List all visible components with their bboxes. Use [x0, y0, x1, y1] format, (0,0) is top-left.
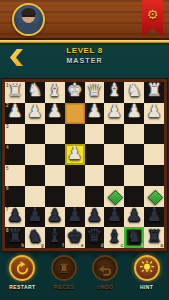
avatar-shoulders	[17, 22, 40, 36]
rank-label-3: 3	[6, 124, 9, 129]
square-e5[interactable]	[65, 165, 85, 186]
piece-black-pawn: ♟	[5, 204, 25, 228]
square-d3[interactable]	[85, 124, 105, 145]
player-avatar[interactable]	[12, 3, 45, 36]
square-c4[interactable]	[104, 144, 124, 165]
piece-black-pawn: ♟	[104, 204, 124, 228]
square-g1[interactable]: ♞	[25, 82, 45, 103]
level-header: LEVEL 8 MASTER	[0, 43, 169, 77]
piece-black-pawn: ♟	[25, 204, 45, 228]
square-c5[interactable]	[104, 165, 124, 186]
square-f1[interactable]: ♝	[45, 82, 65, 103]
piece-black-knight: ♞	[124, 224, 144, 248]
restart-icon	[15, 261, 30, 276]
top-header-bar: ⚙	[0, 0, 169, 40]
square-b1[interactable]: ♞	[124, 82, 144, 103]
square-b6[interactable]	[124, 186, 144, 207]
piece-white-pawn: ♟	[124, 100, 144, 124]
square-a2[interactable]: ♟	[144, 103, 164, 124]
rank-label-1: 1	[6, 83, 9, 88]
rank-label-2: 2	[6, 103, 9, 108]
square-b5[interactable]	[124, 165, 144, 186]
piece-white-knight: ♞	[124, 79, 144, 103]
square-a8[interactable]: a♜	[144, 227, 164, 248]
level-title: LEVEL 8	[0, 46, 169, 55]
square-c1[interactable]: ♝	[104, 82, 124, 103]
square-c2[interactable]: ♟	[104, 103, 124, 124]
square-g7[interactable]: ♟	[25, 207, 45, 228]
square-a7[interactable]: ♟	[144, 207, 164, 228]
square-e4[interactable]: ♟	[65, 144, 85, 165]
square-g3[interactable]	[25, 124, 45, 145]
chess-board: 1♜♞♝♚♛♝♞♜2♟♟♟♟♟♟♟34♟567♟♟♟♟♟♟♟♟8h♜g♞f♝e♚…	[5, 82, 164, 248]
square-f7[interactable]: ♟	[45, 207, 65, 228]
square-a4[interactable]	[144, 144, 164, 165]
piece-black-pawn: ♟	[144, 204, 164, 228]
square-d7[interactable]: ♟	[85, 207, 105, 228]
piece-white-bishop: ♝	[104, 79, 124, 103]
file-label-h: h	[21, 243, 24, 248]
piece-white-bishop: ♝	[45, 79, 65, 103]
square-e6[interactable]	[65, 186, 85, 207]
piece-white-rook: ♜	[144, 79, 164, 103]
piece-black-pawn: ♟	[124, 204, 144, 228]
piece-black-rook: ♜	[5, 224, 25, 248]
square-f4[interactable]	[45, 144, 65, 165]
square-h4[interactable]: 4	[5, 144, 25, 165]
square-d6[interactable]	[85, 186, 105, 207]
piece-white-pawn: ♟	[5, 100, 25, 124]
app-screen: ⚙ LEVEL 8 MASTER 1♜♞♝♚♛♝♞♜2♟♟♟♟♟♟♟34♟567…	[0, 0, 169, 300]
square-a6[interactable]	[144, 186, 164, 207]
avatar-hair	[21, 8, 36, 15]
square-e1[interactable]: ♚	[65, 82, 85, 103]
square-g2[interactable]: ♟	[25, 103, 45, 124]
piece-white-pawn: ♟	[65, 141, 85, 165]
square-c3[interactable]	[104, 124, 124, 145]
square-a1[interactable]: ♜	[144, 82, 164, 103]
move-hint-diamond[interactable]	[108, 189, 124, 205]
gear-icon: ⚙	[147, 8, 159, 21]
square-d5[interactable]	[85, 165, 105, 186]
restart-button[interactable]: RESTART	[3, 255, 41, 290]
square-b4[interactable]	[124, 144, 144, 165]
square-h8[interactable]: 8h♜	[5, 227, 25, 248]
square-h6[interactable]: 6	[5, 186, 25, 207]
square-c8[interactable]: c♝	[104, 227, 124, 248]
square-h7[interactable]: 7♟	[5, 207, 25, 228]
rank-label-7: 7	[6, 207, 9, 212]
square-b7[interactable]: ♟	[124, 207, 144, 228]
piece-black-king: ♚	[65, 224, 85, 248]
piece-white-pawn: ♟	[104, 100, 124, 124]
undo-button[interactable]: UNDO	[86, 255, 124, 290]
file-label-f: f	[62, 243, 64, 248]
square-f3[interactable]	[45, 124, 65, 145]
piece-black-knight: ♞	[25, 224, 45, 248]
pieces-button[interactable]: ♜ PIECES	[45, 255, 83, 290]
hint-button[interactable]: HINT	[128, 255, 166, 290]
piece-black-queen: ♛	[85, 224, 105, 248]
piece-black-pawn: ♟	[85, 204, 105, 228]
settings-button[interactable]: ⚙	[142, 0, 163, 36]
piece-black-rook: ♜	[144, 224, 164, 248]
piece-white-queen: ♛	[85, 79, 105, 103]
piece-white-pawn: ♟	[144, 100, 164, 124]
square-c6[interactable]	[104, 186, 124, 207]
square-h3[interactable]: 3	[5, 124, 25, 145]
piece-black-bishop: ♝	[45, 224, 65, 248]
square-d8[interactable]: d♛	[85, 227, 105, 248]
file-label-b: b	[140, 243, 143, 248]
square-f6[interactable]	[45, 186, 65, 207]
square-h5[interactable]: 5	[5, 165, 25, 186]
square-g6[interactable]	[25, 186, 45, 207]
square-a5[interactable]	[144, 165, 164, 186]
square-f5[interactable]	[45, 165, 65, 186]
file-label-e: e	[81, 243, 84, 248]
piece-black-pawn: ♟	[45, 204, 65, 228]
square-f8[interactable]: f♝	[45, 227, 65, 248]
square-d1[interactable]: ♛	[85, 82, 105, 103]
rank-label-5: 5	[6, 166, 9, 171]
piece-white-rook: ♜	[5, 79, 25, 103]
undo-icon	[98, 261, 113, 276]
square-b8[interactable]: b♞	[124, 227, 144, 248]
square-e8[interactable]: e♚	[65, 227, 85, 248]
square-h1[interactable]: 1♜	[5, 82, 25, 103]
piece-white-pawn: ♟	[45, 100, 65, 124]
rank-label-8: 8	[6, 228, 9, 233]
file-label-a: a	[160, 243, 163, 248]
square-g5[interactable]	[25, 165, 45, 186]
square-e3[interactable]	[65, 124, 85, 145]
square-b2[interactable]: ♟	[124, 103, 144, 124]
square-e2[interactable]	[65, 103, 85, 124]
square-e7[interactable]: ♟	[65, 207, 85, 228]
avatar-glasses	[22, 15, 35, 20]
piece-white-pawn: ♟	[85, 100, 105, 124]
square-d2[interactable]: ♟	[85, 103, 105, 124]
piece-white-pawn: ♟	[25, 100, 45, 124]
rook-icon: ♜	[58, 262, 70, 275]
piece-white-king: ♚	[65, 79, 85, 103]
hint-label: HINT	[140, 284, 153, 290]
piece-black-bishop: ♝	[104, 224, 124, 248]
lightbulb-icon	[139, 260, 155, 276]
board-frame: 1♜♞♝♚♛♝♞♜2♟♟♟♟♟♟♟34♟567♟♟♟♟♟♟♟♟8h♜g♞f♝e♚…	[2, 79, 167, 251]
square-b3[interactable]	[124, 124, 144, 145]
square-d4[interactable]	[85, 144, 105, 165]
square-h2[interactable]: 2♟	[5, 103, 25, 124]
square-g4[interactable]	[25, 144, 45, 165]
piece-white-knight: ♞	[25, 79, 45, 103]
square-g8[interactable]: g♞	[25, 227, 45, 248]
file-label-c: c	[121, 243, 124, 248]
restart-label: RESTART	[9, 284, 35, 290]
difficulty-label: MASTER	[0, 57, 169, 64]
square-a3[interactable]	[144, 124, 164, 145]
file-label-g: g	[41, 243, 44, 248]
undo-label: UNDO	[97, 284, 113, 290]
bottom-toolbar: RESTART ♜ PIECES UNDO	[0, 253, 169, 300]
rank-label-4: 4	[6, 145, 9, 150]
rank-label-6: 6	[6, 186, 9, 191]
square-f2[interactable]: ♟	[45, 103, 65, 124]
square-c7[interactable]: ♟	[104, 207, 124, 228]
piece-black-pawn: ♟	[65, 204, 85, 228]
pieces-label: PIECES	[53, 284, 74, 290]
move-hint-diamond[interactable]	[147, 189, 163, 205]
file-label-d: d	[101, 243, 104, 248]
